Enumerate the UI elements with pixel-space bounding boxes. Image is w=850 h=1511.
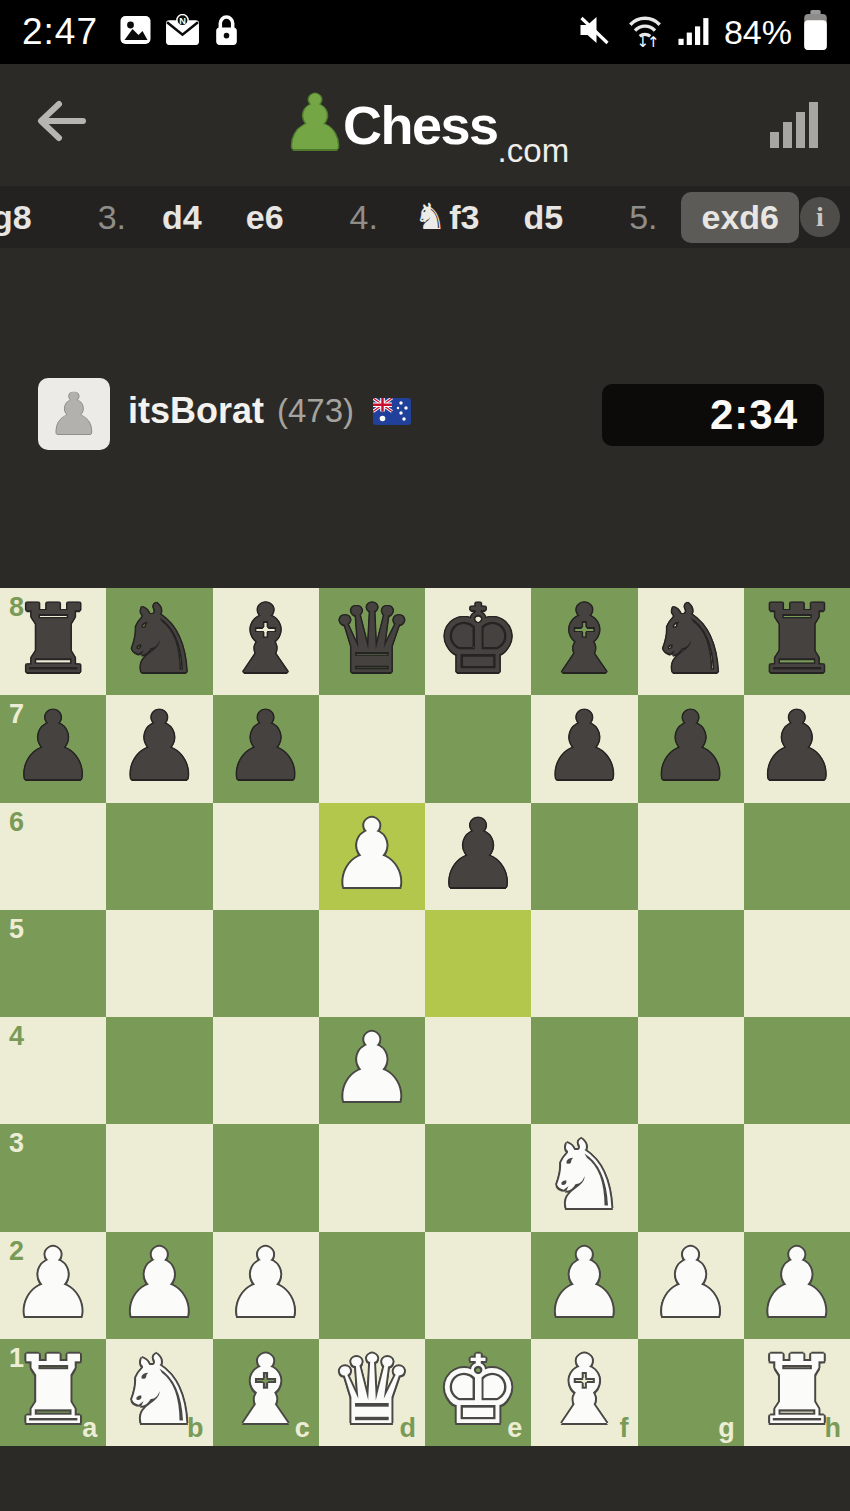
square-b2[interactable]: ♟ [106, 1232, 212, 1339]
square-h3[interactable] [744, 1124, 850, 1231]
square-f8[interactable]: ♝ [531, 588, 637, 695]
square-e6[interactable]: ♟ [425, 803, 531, 910]
square-h7[interactable]: ♟ [744, 695, 850, 802]
rank-label-5: 5 [9, 914, 24, 945]
file-label-g: g [718, 1413, 735, 1444]
black-rook: ♜ [754, 592, 839, 687]
square-g1[interactable]: g [638, 1339, 744, 1446]
square-e7[interactable] [425, 695, 531, 802]
square-b5[interactable] [106, 910, 212, 1017]
move-san[interactable]: d5 [523, 198, 563, 237]
black-pawn: ♟ [648, 699, 733, 794]
rank-label-4: 4 [9, 1021, 24, 1052]
square-b1[interactable]: b♞ [106, 1339, 212, 1446]
mail-icon: N [165, 14, 200, 50]
square-g5[interactable] [638, 910, 744, 1017]
black-pawn: ♟ [754, 699, 839, 794]
square-a1[interactable]: 1a♜ [0, 1339, 106, 1446]
square-h5[interactable] [744, 910, 850, 1017]
white-rook: ♜ [11, 1343, 96, 1438]
move-san[interactable]: g8 [0, 198, 32, 237]
white-bishop: ♝ [542, 1343, 627, 1438]
status-bar: 2:47 N ↓ ↑ [0, 0, 850, 64]
app-header: ♟ Chess .com [0, 64, 850, 186]
square-c4[interactable] [213, 1017, 319, 1124]
player-info: itsBorat (473) [128, 390, 411, 432]
info-icon[interactable]: i [800, 197, 840, 237]
square-d6[interactable]: ♟ [319, 803, 425, 910]
square-e5[interactable] [425, 910, 531, 1017]
square-f5[interactable] [531, 910, 637, 1017]
square-b6[interactable] [106, 803, 212, 910]
square-g8[interactable]: ♞ [638, 588, 744, 695]
square-e4[interactable] [425, 1017, 531, 1124]
black-rook: ♜ [11, 592, 96, 687]
battery-icon [803, 10, 828, 55]
square-g4[interactable] [638, 1017, 744, 1124]
square-g2[interactable]: ♟ [638, 1232, 744, 1339]
white-queen: ♛ [329, 1343, 414, 1438]
square-d3[interactable] [319, 1124, 425, 1231]
square-b7[interactable]: ♟ [106, 695, 212, 802]
square-c6[interactable] [213, 803, 319, 910]
square-g7[interactable]: ♟ [638, 695, 744, 802]
battery-percent: 84% [724, 13, 792, 52]
square-h8[interactable]: ♜ [744, 588, 850, 695]
square-a2[interactable]: 2♟ [0, 1232, 106, 1339]
square-d2[interactable] [319, 1232, 425, 1339]
square-f1[interactable]: f♝ [531, 1339, 637, 1446]
black-queen: ♛ [329, 592, 414, 687]
wifi-icon: ↓ ↑ [624, 12, 666, 52]
white-pawn: ♟ [648, 1236, 733, 1331]
player-clock: 2:34 [602, 384, 824, 446]
white-knight-icon: ♞ [414, 199, 446, 235]
white-pawn: ♟ [329, 1021, 414, 1116]
square-c1[interactable]: c♝ [213, 1339, 319, 1446]
white-knight: ♞ [117, 1343, 202, 1438]
move-list: g83.d4e64.♞f3d55.exd6i [0, 186, 850, 248]
white-bishop: ♝ [223, 1343, 308, 1438]
status-bar-left: 2:47 N [22, 11, 240, 53]
move-number: 4. [350, 198, 378, 237]
signal-bars-icon [677, 15, 713, 50]
square-d4[interactable]: ♟ [319, 1017, 425, 1124]
square-e2[interactable] [425, 1232, 531, 1339]
square-a6[interactable]: 6 [0, 803, 106, 910]
square-h2[interactable]: ♟ [744, 1232, 850, 1339]
white-pawn: ♟ [117, 1236, 202, 1331]
rank-label-6: 6 [9, 807, 24, 838]
square-a3[interactable]: 3 [0, 1124, 106, 1231]
square-h1[interactable]: h♜ [744, 1339, 850, 1446]
square-h6[interactable] [744, 803, 850, 910]
australia-flag-icon [373, 398, 411, 425]
status-bar-right: ↓ ↑ 84% [576, 10, 828, 55]
square-e1[interactable]: e♚ [425, 1339, 531, 1446]
square-f7[interactable]: ♟ [531, 695, 637, 802]
square-e8[interactable]: ♚ [425, 588, 531, 695]
logo-pawn-icon: ♟ [281, 85, 349, 161]
white-pawn: ♟ [754, 1236, 839, 1331]
avatar-pawn-icon: ♟ [48, 385, 100, 443]
square-a7[interactable]: 7♟ [0, 695, 106, 802]
svg-text:N: N [179, 16, 186, 26]
square-d1[interactable]: d♛ [319, 1339, 425, 1446]
white-pawn: ♟ [329, 807, 414, 902]
clock-time: 2:34 [710, 391, 798, 439]
move-san[interactable]: e6 [246, 198, 284, 237]
move-san[interactable]: d4 [162, 198, 202, 237]
square-b8[interactable]: ♞ [106, 588, 212, 695]
black-pawn: ♟ [117, 699, 202, 794]
square-c7[interactable]: ♟ [213, 695, 319, 802]
square-f3[interactable]: ♞ [531, 1124, 637, 1231]
square-c8[interactable]: ♝ [213, 588, 319, 695]
square-e3[interactable] [425, 1124, 531, 1231]
white-rook: ♜ [754, 1343, 839, 1438]
white-pawn: ♟ [11, 1236, 96, 1331]
black-pawn: ♟ [436, 807, 521, 902]
white-pawn: ♟ [542, 1236, 627, 1331]
player-name[interactable]: itsBorat [128, 390, 264, 432]
white-pawn: ♟ [223, 1236, 308, 1331]
square-c3[interactable] [213, 1124, 319, 1231]
white-king: ♚ [436, 1343, 521, 1438]
square-a5[interactable]: 5 [0, 910, 106, 1017]
black-pawn: ♟ [223, 699, 308, 794]
square-d8[interactable]: ♛ [319, 588, 425, 695]
screen: 2:47 N ↓ ↑ [0, 0, 850, 1511]
square-a8[interactable]: 8♜ [0, 588, 106, 695]
logo-text: Chess [343, 94, 498, 156]
square-f6[interactable] [531, 803, 637, 910]
square-c5[interactable] [213, 910, 319, 1017]
square-b3[interactable] [106, 1124, 212, 1231]
avatar[interactable]: ♟ [38, 378, 110, 450]
square-d5[interactable] [319, 910, 425, 1017]
black-knight: ♞ [648, 592, 733, 687]
square-g3[interactable] [638, 1124, 744, 1231]
black-bishop: ♝ [542, 592, 627, 687]
black-bishop: ♝ [223, 592, 308, 687]
move-number: 3. [98, 198, 126, 237]
black-knight: ♞ [117, 592, 202, 687]
mute-icon [576, 12, 613, 52]
black-king: ♚ [436, 592, 521, 687]
black-pawn: ♟ [542, 699, 627, 794]
player-rating: (473) [277, 392, 354, 430]
square-h4[interactable] [744, 1017, 850, 1124]
square-g6[interactable] [638, 803, 744, 910]
square-f4[interactable] [531, 1017, 637, 1124]
move-san[interactable]: ♞f3 [414, 198, 480, 237]
square-c2[interactable]: ♟ [213, 1232, 319, 1339]
square-a4[interactable]: 4 [0, 1017, 106, 1124]
rank-label-3: 3 [9, 1128, 24, 1159]
lock-icon [213, 14, 240, 51]
square-b4[interactable] [106, 1017, 212, 1124]
square-d7[interactable] [319, 695, 425, 802]
logo-suffix-text: .com [498, 132, 570, 170]
white-knight: ♞ [542, 1128, 627, 1223]
status-time: 2:47 [22, 11, 98, 53]
square-f2[interactable]: ♟ [531, 1232, 637, 1339]
chess-board: 8♜♞♝♛♚♝♞♜7♟♟♟♟♟♟6♟♟54♟3♞2♟♟♟♟♟♟1a♜b♞c♝d♛… [0, 588, 850, 1446]
chesscom-logo: ♟ Chess .com [0, 64, 850, 186]
move-san-current[interactable]: exd6 [681, 192, 799, 243]
connection-bars-icon [770, 100, 824, 152]
black-pawn: ♟ [11, 699, 96, 794]
svg-text:↑: ↑ [647, 33, 659, 48]
move-number: 5. [629, 198, 657, 237]
image-icon [119, 15, 152, 49]
